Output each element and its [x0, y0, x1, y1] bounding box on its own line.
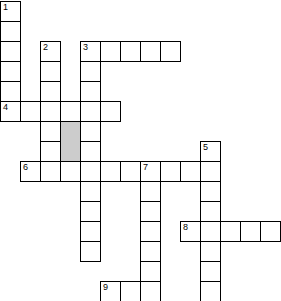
grid-cell[interactable] [140, 281, 161, 301]
grid-cell[interactable] [60, 161, 81, 182]
grid-cell[interactable] [40, 141, 61, 162]
grid-cell[interactable] [200, 141, 221, 162]
grid-cell[interactable] [140, 181, 161, 202]
grid-cell[interactable] [140, 241, 161, 262]
grid-cell[interactable] [260, 221, 281, 242]
grid-cell[interactable] [120, 161, 141, 182]
grid-cell[interactable] [40, 161, 61, 182]
grid-cell[interactable] [200, 201, 221, 222]
grid-cell[interactable] [80, 161, 101, 182]
grid-cell[interactable] [80, 61, 101, 82]
grid-cell[interactable] [60, 101, 81, 122]
grid-cell[interactable] [200, 161, 221, 182]
grid-cell[interactable] [80, 221, 101, 242]
grid-cell[interactable] [0, 41, 21, 62]
grid-cell[interactable] [0, 61, 21, 82]
grid-cell[interactable] [20, 101, 41, 122]
grid-cell[interactable] [100, 41, 121, 62]
grid-cell[interactable] [160, 41, 181, 62]
grid-cell[interactable] [140, 41, 161, 62]
grid-cell[interactable] [80, 101, 101, 122]
grid-cell[interactable] [0, 1, 21, 22]
grid-cell[interactable] [200, 241, 221, 262]
grid-cell[interactable] [200, 261, 221, 282]
grid-cell[interactable] [80, 41, 101, 62]
grid-cell[interactable] [0, 101, 21, 122]
grid-cell[interactable] [100, 281, 121, 301]
grid-cell[interactable] [140, 161, 161, 182]
grid-cell[interactable] [80, 141, 101, 162]
grid-cell[interactable] [160, 161, 181, 182]
grid-cell[interactable] [120, 41, 141, 62]
grid-cell[interactable] [40, 61, 61, 82]
grid-cell[interactable] [80, 241, 101, 262]
grid-cell[interactable] [40, 121, 61, 142]
grid-cell[interactable] [80, 81, 101, 102]
grid-cell[interactable] [80, 201, 101, 222]
grid-cell[interactable] [180, 221, 201, 242]
grid-cell[interactable] [80, 121, 101, 142]
crossword-page: { "game": "crossword", "position": ".###… [0, 0, 281, 301]
grid-cell[interactable] [40, 41, 61, 62]
grid-cell[interactable] [40, 81, 61, 102]
grid-cell[interactable] [140, 261, 161, 282]
grid-cell[interactable] [40, 101, 61, 122]
grid-cell[interactable] [100, 101, 121, 122]
shaded-cell [60, 121, 81, 162]
crossword-board: 123456789 [0, 1, 281, 301]
grid-cell[interactable] [20, 161, 41, 182]
grid-cell[interactable] [240, 221, 261, 242]
grid-cell[interactable] [140, 201, 161, 222]
grid-cell[interactable] [180, 161, 201, 182]
grid-cell[interactable] [220, 221, 241, 242]
grid-cell[interactable] [200, 181, 221, 202]
grid-cell[interactable] [0, 21, 21, 42]
grid-cell[interactable] [80, 181, 101, 202]
grid-cell[interactable] [140, 221, 161, 242]
grid-cell[interactable] [200, 281, 221, 301]
grid-cell[interactable] [0, 81, 21, 102]
grid-cell[interactable] [200, 221, 221, 242]
grid-cell[interactable] [100, 161, 121, 182]
grid-cell[interactable] [120, 281, 141, 301]
